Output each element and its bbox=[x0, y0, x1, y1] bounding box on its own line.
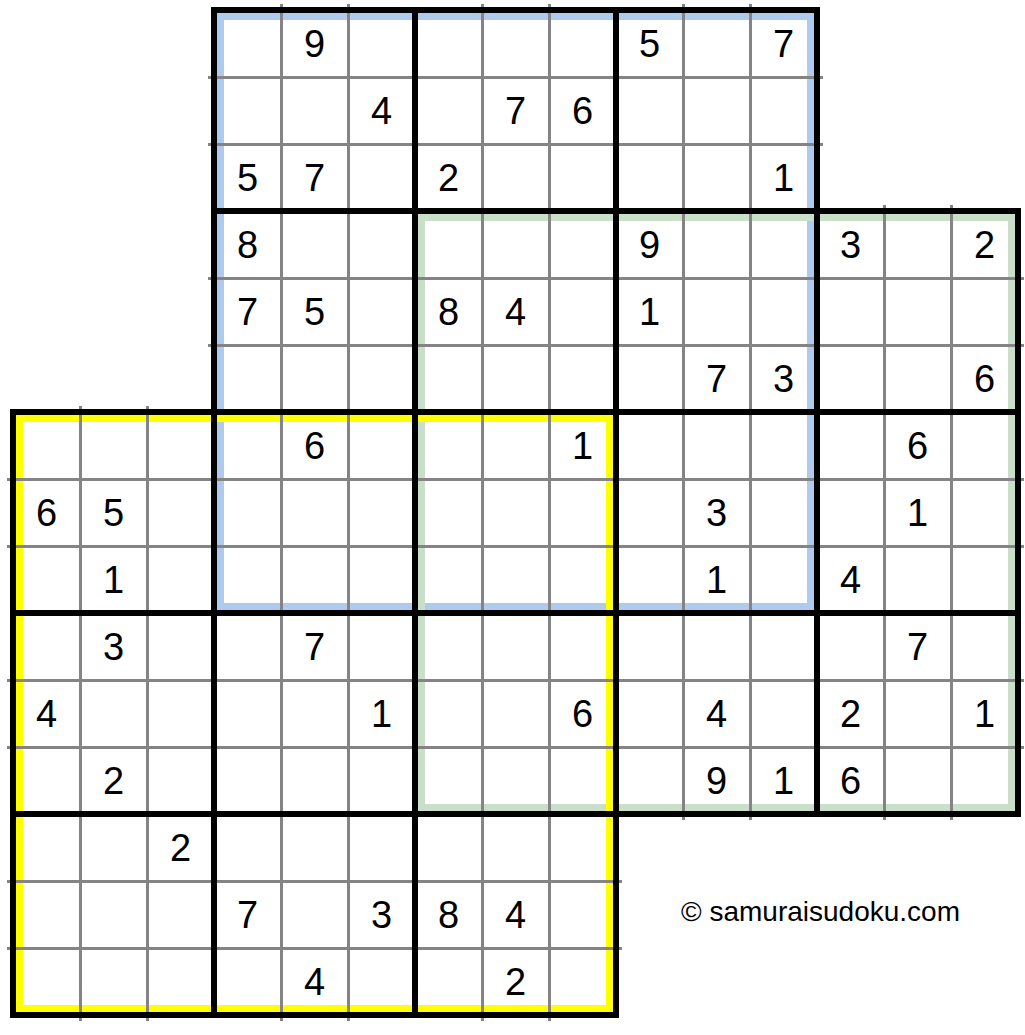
page: 9574765721893275841736616653111437741642… bbox=[0, 0, 1025, 1035]
cell-r0c8[interactable] bbox=[549, 10, 616, 77]
cell-r7c2[interactable] bbox=[147, 479, 214, 546]
cell-r14c4[interactable]: 4 bbox=[281, 948, 348, 1015]
cell-r11c7[interactable] bbox=[482, 747, 549, 814]
cell-r12c3[interactable] bbox=[214, 814, 281, 881]
cell-r14c0[interactable] bbox=[13, 948, 80, 1015]
cell-r0c6[interactable] bbox=[415, 10, 482, 77]
cell-r4c7[interactable]: 4 bbox=[482, 278, 549, 345]
cell-r5c7[interactable] bbox=[482, 345, 549, 412]
cell-r6c8[interactable]: 1 bbox=[549, 412, 616, 479]
cell-r2c7[interactable] bbox=[482, 144, 549, 211]
cell-r10c5[interactable]: 1 bbox=[348, 680, 415, 747]
cell-r14c3[interactable] bbox=[214, 948, 281, 1015]
cell-r5c5[interactable] bbox=[348, 345, 415, 412]
cell-r11c6[interactable] bbox=[415, 747, 482, 814]
cell-r3c7[interactable] bbox=[482, 211, 549, 278]
cell-r6c5[interactable] bbox=[348, 412, 415, 479]
cell-r8c1[interactable]: 1 bbox=[80, 546, 147, 613]
cell-r4c5[interactable] bbox=[348, 278, 415, 345]
cell-r7c12[interactable] bbox=[817, 479, 884, 546]
cell-r7c9[interactable] bbox=[616, 479, 683, 546]
cell-r1c9[interactable] bbox=[616, 77, 683, 144]
cell-r10c4[interactable] bbox=[281, 680, 348, 747]
cell-r3c9[interactable]: 9 bbox=[616, 211, 683, 278]
cell-r7c0[interactable]: 6 bbox=[13, 479, 80, 546]
cell-r6c1[interactable] bbox=[80, 412, 147, 479]
cell-r12c2[interactable]: 2 bbox=[147, 814, 214, 881]
cell-r4c13[interactable] bbox=[884, 278, 951, 345]
cell-r10c13[interactable] bbox=[884, 680, 951, 747]
cell-r10c8[interactable]: 6 bbox=[549, 680, 616, 747]
cell-r9c10[interactable] bbox=[683, 613, 750, 680]
cell-r4c11[interactable] bbox=[750, 278, 817, 345]
cell-r9c13[interactable]: 7 bbox=[884, 613, 951, 680]
cell-r6c13[interactable]: 6 bbox=[884, 412, 951, 479]
cell-r4c14[interactable] bbox=[951, 278, 1018, 345]
cell-r5c4[interactable] bbox=[281, 345, 348, 412]
cell-r0c9[interactable]: 5 bbox=[616, 10, 683, 77]
cell-r9c1[interactable]: 3 bbox=[80, 613, 147, 680]
cell-r11c2[interactable] bbox=[147, 747, 214, 814]
cell-r10c10[interactable]: 4 bbox=[683, 680, 750, 747]
cell-r6c14[interactable] bbox=[951, 412, 1018, 479]
cell-r1c10[interactable] bbox=[683, 77, 750, 144]
cell-r8c12[interactable]: 4 bbox=[817, 546, 884, 613]
cell-r5c12[interactable] bbox=[817, 345, 884, 412]
cell-r9c2[interactable] bbox=[147, 613, 214, 680]
cell-r9c12[interactable] bbox=[817, 613, 884, 680]
cell-r3c5[interactable] bbox=[348, 211, 415, 278]
cell-r0c11[interactable]: 7 bbox=[750, 10, 817, 77]
cell-r0c5[interactable] bbox=[348, 10, 415, 77]
cell-r5c13[interactable] bbox=[884, 345, 951, 412]
cell-r10c2[interactable] bbox=[147, 680, 214, 747]
cell-r14c2[interactable] bbox=[147, 948, 214, 1015]
cell-r6c3[interactable] bbox=[214, 412, 281, 479]
cell-r8c14[interactable] bbox=[951, 546, 1018, 613]
cell-r3c11[interactable] bbox=[750, 211, 817, 278]
cell-r10c9[interactable] bbox=[616, 680, 683, 747]
cell-r8c10[interactable]: 1 bbox=[683, 546, 750, 613]
cell-r13c8[interactable] bbox=[549, 881, 616, 948]
cell-r10c3[interactable] bbox=[214, 680, 281, 747]
cell-r9c4[interactable]: 7 bbox=[281, 613, 348, 680]
cell-r13c5[interactable]: 3 bbox=[348, 881, 415, 948]
cell-r10c0[interactable]: 4 bbox=[13, 680, 80, 747]
cell-r4c4[interactable]: 5 bbox=[281, 278, 348, 345]
cell-r11c5[interactable] bbox=[348, 747, 415, 814]
cell-r10c1[interactable] bbox=[80, 680, 147, 747]
cell-r6c10[interactable] bbox=[683, 412, 750, 479]
cell-r6c2[interactable] bbox=[147, 412, 214, 479]
cell-r13c0[interactable] bbox=[13, 881, 80, 948]
cell-r3c8[interactable] bbox=[549, 211, 616, 278]
cell-r3c4[interactable] bbox=[281, 211, 348, 278]
cell-r14c6[interactable] bbox=[415, 948, 482, 1015]
cell-r8c4[interactable] bbox=[281, 546, 348, 613]
cell-r14c7[interactable]: 2 bbox=[482, 948, 549, 1015]
cell-r13c1[interactable] bbox=[80, 881, 147, 948]
cell-r0c4[interactable]: 9 bbox=[281, 10, 348, 77]
cell-r5c9[interactable] bbox=[616, 345, 683, 412]
cell-r4c10[interactable] bbox=[683, 278, 750, 345]
cell-r6c4[interactable]: 6 bbox=[281, 412, 348, 479]
cell-r2c6[interactable]: 2 bbox=[415, 144, 482, 211]
cell-r8c7[interactable] bbox=[482, 546, 549, 613]
cell-r14c5[interactable] bbox=[348, 948, 415, 1015]
cell-r1c6[interactable] bbox=[415, 77, 482, 144]
cell-r6c12[interactable] bbox=[817, 412, 884, 479]
cell-r1c4[interactable] bbox=[281, 77, 348, 144]
cell-r11c3[interactable] bbox=[214, 747, 281, 814]
cell-r0c10[interactable] bbox=[683, 10, 750, 77]
cell-r2c4[interactable]: 7 bbox=[281, 144, 348, 211]
cell-r9c7[interactable] bbox=[482, 613, 549, 680]
cell-r13c2[interactable] bbox=[147, 881, 214, 948]
cell-r5c10[interactable]: 7 bbox=[683, 345, 750, 412]
cell-r7c3[interactable] bbox=[214, 479, 281, 546]
cell-r4c3[interactable]: 7 bbox=[214, 278, 281, 345]
cell-r11c8[interactable] bbox=[549, 747, 616, 814]
cell-r12c7[interactable] bbox=[482, 814, 549, 881]
cell-r12c5[interactable] bbox=[348, 814, 415, 881]
cell-r5c8[interactable] bbox=[549, 345, 616, 412]
cell-r11c9[interactable] bbox=[616, 747, 683, 814]
cell-r11c10[interactable]: 9 bbox=[683, 747, 750, 814]
cell-r9c8[interactable] bbox=[549, 613, 616, 680]
cell-r7c11[interactable] bbox=[750, 479, 817, 546]
cell-r8c11[interactable] bbox=[750, 546, 817, 613]
cell-r13c6[interactable]: 8 bbox=[415, 881, 482, 948]
cell-r7c10[interactable]: 3 bbox=[683, 479, 750, 546]
cell-r4c12[interactable] bbox=[817, 278, 884, 345]
cell-r10c7[interactable] bbox=[482, 680, 549, 747]
cell-r1c11[interactable] bbox=[750, 77, 817, 144]
cell-r1c3[interactable] bbox=[214, 77, 281, 144]
cell-r8c3[interactable] bbox=[214, 546, 281, 613]
cell-r10c12[interactable]: 2 bbox=[817, 680, 884, 747]
cell-r3c3[interactable]: 8 bbox=[214, 211, 281, 278]
cell-r5c14[interactable]: 6 bbox=[951, 345, 1018, 412]
cell-r12c8[interactable] bbox=[549, 814, 616, 881]
cell-r12c0[interactable] bbox=[13, 814, 80, 881]
cell-r10c14[interactable]: 1 bbox=[951, 680, 1018, 747]
cell-r2c11[interactable]: 1 bbox=[750, 144, 817, 211]
cell-r4c6[interactable]: 8 bbox=[415, 278, 482, 345]
cell-r2c5[interactable] bbox=[348, 144, 415, 211]
cell-r8c0[interactable] bbox=[13, 546, 80, 613]
cell-r6c7[interactable] bbox=[482, 412, 549, 479]
cell-r9c14[interactable] bbox=[951, 613, 1018, 680]
cell-r8c13[interactable] bbox=[884, 546, 951, 613]
cell-r1c7[interactable]: 7 bbox=[482, 77, 549, 144]
cell-r11c13[interactable] bbox=[884, 747, 951, 814]
cell-r6c0[interactable] bbox=[13, 412, 80, 479]
cell-r5c11[interactable]: 3 bbox=[750, 345, 817, 412]
cell-r2c9[interactable] bbox=[616, 144, 683, 211]
cell-r0c3[interactable] bbox=[214, 10, 281, 77]
cell-r0c7[interactable] bbox=[482, 10, 549, 77]
cell-r2c3[interactable]: 5 bbox=[214, 144, 281, 211]
cell-r13c7[interactable]: 4 bbox=[482, 881, 549, 948]
cell-r10c6[interactable] bbox=[415, 680, 482, 747]
cell-r6c6[interactable] bbox=[415, 412, 482, 479]
cell-r8c8[interactable] bbox=[549, 546, 616, 613]
cell-r11c4[interactable] bbox=[281, 747, 348, 814]
cell-r12c4[interactable] bbox=[281, 814, 348, 881]
cell-r11c11[interactable]: 1 bbox=[750, 747, 817, 814]
cell-r8c5[interactable] bbox=[348, 546, 415, 613]
cell-r6c9[interactable] bbox=[616, 412, 683, 479]
cell-r7c6[interactable] bbox=[415, 479, 482, 546]
cell-r1c8[interactable]: 6 bbox=[549, 77, 616, 144]
cell-r7c14[interactable] bbox=[951, 479, 1018, 546]
cell-r7c1[interactable]: 5 bbox=[80, 479, 147, 546]
cell-r14c1[interactable] bbox=[80, 948, 147, 1015]
cell-r9c0[interactable] bbox=[13, 613, 80, 680]
cell-r7c13[interactable]: 1 bbox=[884, 479, 951, 546]
cell-r2c10[interactable] bbox=[683, 144, 750, 211]
cell-r13c4[interactable] bbox=[281, 881, 348, 948]
cell-r11c14[interactable] bbox=[951, 747, 1018, 814]
cell-r7c4[interactable] bbox=[281, 479, 348, 546]
cell-r4c9[interactable]: 1 bbox=[616, 278, 683, 345]
cell-r13c3[interactable]: 7 bbox=[214, 881, 281, 948]
cell-r9c9[interactable] bbox=[616, 613, 683, 680]
cell-r9c5[interactable] bbox=[348, 613, 415, 680]
cell-r3c14[interactable]: 2 bbox=[951, 211, 1018, 278]
cell-r11c0[interactable] bbox=[13, 747, 80, 814]
copyright-text: © samuraisudoku.com bbox=[681, 896, 960, 928]
cell-r8c2[interactable] bbox=[147, 546, 214, 613]
cell-r14c8[interactable] bbox=[549, 948, 616, 1015]
cell-r9c11[interactable] bbox=[750, 613, 817, 680]
samurai-sudoku-board: 9574765721893275841736616653111437741642… bbox=[0, 0, 1025, 1035]
cell-r11c1[interactable]: 2 bbox=[80, 747, 147, 814]
cell-r5c6[interactable] bbox=[415, 345, 482, 412]
cell-r5c3[interactable] bbox=[214, 345, 281, 412]
cell-r8c9[interactable] bbox=[616, 546, 683, 613]
cell-r7c8[interactable] bbox=[549, 479, 616, 546]
cell-r11c12[interactable]: 6 bbox=[817, 747, 884, 814]
cell-r2c8[interactable] bbox=[549, 144, 616, 211]
cell-r3c13[interactable] bbox=[884, 211, 951, 278]
cell-r6c11[interactable] bbox=[750, 412, 817, 479]
cell-r1c5[interactable]: 4 bbox=[348, 77, 415, 144]
cell-r12c6[interactable] bbox=[415, 814, 482, 881]
cell-r3c10[interactable] bbox=[683, 211, 750, 278]
cell-r3c6[interactable] bbox=[415, 211, 482, 278]
cell-r9c3[interactable] bbox=[214, 613, 281, 680]
cell-r4c8[interactable] bbox=[549, 278, 616, 345]
cell-r8c6[interactable] bbox=[415, 546, 482, 613]
cell-r7c7[interactable] bbox=[482, 479, 549, 546]
cell-r10c11[interactable] bbox=[750, 680, 817, 747]
cell-r9c6[interactable] bbox=[415, 613, 482, 680]
cell-r12c1[interactable] bbox=[80, 814, 147, 881]
cell-r7c5[interactable] bbox=[348, 479, 415, 546]
cell-r3c12[interactable]: 3 bbox=[817, 211, 884, 278]
